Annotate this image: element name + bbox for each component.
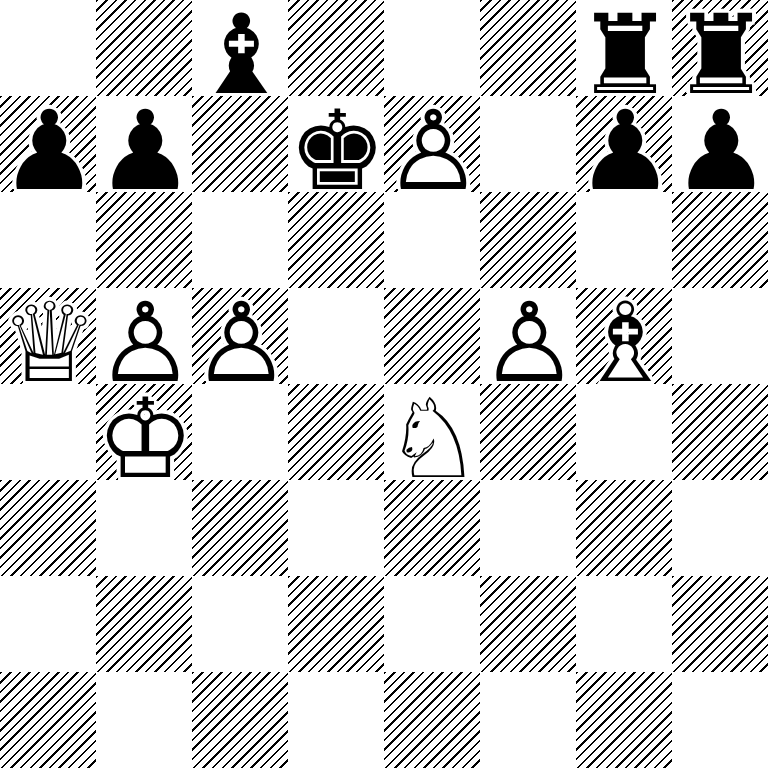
square-d6[interactable]	[288, 192, 384, 288]
piece-glyph: ♗	[576, 288, 675, 398]
square-e2[interactable]	[384, 576, 480, 672]
white-pawn[interactable]: ♟♙	[384, 96, 480, 192]
square-b5[interactable]: ♟♙	[96, 288, 192, 384]
square-g4[interactable]	[576, 384, 672, 480]
square-g5[interactable]: ♝♗	[576, 288, 672, 384]
square-a4[interactable]	[0, 384, 96, 480]
square-c3[interactable]	[192, 480, 288, 576]
square-a1[interactable]	[0, 672, 96, 768]
square-g6[interactable]	[576, 192, 672, 288]
piece-glyph: ♝	[192, 0, 291, 110]
square-h1[interactable]	[672, 672, 768, 768]
square-b7[interactable]: ♟♟	[96, 96, 192, 192]
square-a2[interactable]	[0, 576, 96, 672]
black-rook[interactable]: ♜♜	[672, 0, 768, 96]
square-b2[interactable]	[96, 576, 192, 672]
square-c4[interactable]	[192, 384, 288, 480]
white-queen[interactable]: ♛♕	[0, 288, 96, 384]
black-rook[interactable]: ♜♜	[576, 0, 672, 96]
square-e8[interactable]	[384, 0, 480, 96]
square-b1[interactable]	[96, 672, 192, 768]
square-h6[interactable]	[672, 192, 768, 288]
square-d1[interactable]	[288, 672, 384, 768]
square-c5[interactable]: ♟♙	[192, 288, 288, 384]
piece-glyph: ♟	[576, 96, 675, 206]
square-a8[interactable]	[0, 0, 96, 96]
square-b8[interactable]	[96, 0, 192, 96]
white-bishop[interactable]: ♝♗	[576, 288, 672, 384]
square-e5[interactable]	[384, 288, 480, 384]
square-g3[interactable]	[576, 480, 672, 576]
square-h2[interactable]	[672, 576, 768, 672]
square-b4[interactable]: ♚♔	[96, 384, 192, 480]
square-a3[interactable]	[0, 480, 96, 576]
square-g1[interactable]	[576, 672, 672, 768]
square-e7[interactable]: ♟♙	[384, 96, 480, 192]
square-e4[interactable]: ♞♘	[384, 384, 480, 480]
square-g8[interactable]: ♜♜	[576, 0, 672, 96]
square-c6[interactable]	[192, 192, 288, 288]
square-d8[interactable]	[288, 0, 384, 96]
piece-glyph: ♘	[384, 384, 483, 494]
square-f7[interactable]	[480, 96, 576, 192]
piece-glyph: ♙	[192, 288, 291, 398]
square-e6[interactable]	[384, 192, 480, 288]
white-pawn[interactable]: ♟♙	[96, 288, 192, 384]
square-b3[interactable]	[96, 480, 192, 576]
piece-glyph: ♙	[384, 96, 483, 206]
square-d2[interactable]	[288, 576, 384, 672]
square-h4[interactable]	[672, 384, 768, 480]
square-h8[interactable]: ♜♜	[672, 0, 768, 96]
square-g2[interactable]	[576, 576, 672, 672]
square-g7[interactable]: ♟♟	[576, 96, 672, 192]
square-d3[interactable]	[288, 480, 384, 576]
piece-glyph: ♚	[288, 96, 387, 206]
square-f5[interactable]: ♟♙	[480, 288, 576, 384]
piece-glyph: ♟	[96, 96, 195, 206]
square-e3[interactable]	[384, 480, 480, 576]
chess-board: ♝♝♜♜♜♜♟♟♟♟♚♚♟♙♟♟♟♟♛♕♟♙♟♙♟♙♝♗♚♔♞♘	[0, 0, 768, 768]
square-h3[interactable]	[672, 480, 768, 576]
square-c8[interactable]: ♝♝	[192, 0, 288, 96]
square-f3[interactable]	[480, 480, 576, 576]
square-f1[interactable]	[480, 672, 576, 768]
square-h7[interactable]: ♟♟	[672, 96, 768, 192]
white-knight[interactable]: ♞♘	[384, 384, 480, 480]
square-a6[interactable]	[0, 192, 96, 288]
piece-glyph: ♟	[672, 96, 768, 206]
black-pawn[interactable]: ♟♟	[0, 96, 96, 192]
piece-glyph: ♟	[0, 96, 99, 206]
black-king[interactable]: ♚♚	[288, 96, 384, 192]
square-c2[interactable]	[192, 576, 288, 672]
square-d4[interactable]	[288, 384, 384, 480]
black-bishop[interactable]: ♝♝	[192, 0, 288, 96]
black-pawn[interactable]: ♟♟	[576, 96, 672, 192]
square-f4[interactable]	[480, 384, 576, 480]
square-c7[interactable]	[192, 96, 288, 192]
square-f8[interactable]	[480, 0, 576, 96]
square-a5[interactable]: ♛♕	[0, 288, 96, 384]
piece-glyph: ♕	[0, 288, 99, 398]
piece-glyph: ♔	[96, 384, 195, 494]
white-king[interactable]: ♚♔	[96, 384, 192, 480]
square-d7[interactable]: ♚♚	[288, 96, 384, 192]
black-pawn[interactable]: ♟♟	[96, 96, 192, 192]
white-pawn[interactable]: ♟♙	[480, 288, 576, 384]
square-e1[interactable]	[384, 672, 480, 768]
black-pawn[interactable]: ♟♟	[672, 96, 768, 192]
square-d5[interactable]	[288, 288, 384, 384]
white-pawn[interactable]: ♟♙	[192, 288, 288, 384]
square-f6[interactable]	[480, 192, 576, 288]
square-a7[interactable]: ♟♟	[0, 96, 96, 192]
square-b6[interactable]	[96, 192, 192, 288]
square-c1[interactable]	[192, 672, 288, 768]
square-h5[interactable]	[672, 288, 768, 384]
piece-glyph: ♙	[480, 288, 579, 398]
square-f2[interactable]	[480, 576, 576, 672]
